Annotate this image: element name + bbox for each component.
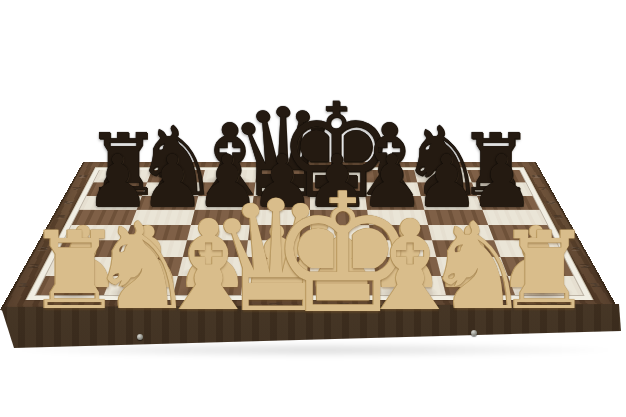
- rank-label-left-6: 6: [59, 200, 77, 204]
- piece-white-rook-h1[interactable]: ♜: [496, 217, 592, 324]
- chessboard-photo: 88a77b66c55d44e33f22g11h ♜♞♝♛♚♝♞♜♟♟♟♟♟♟♟…: [0, 0, 626, 417]
- rank-label-right-7: 7: [534, 187, 552, 191]
- rank-label-right-6: 6: [541, 200, 559, 204]
- rank-label-left-7: 7: [67, 187, 85, 191]
